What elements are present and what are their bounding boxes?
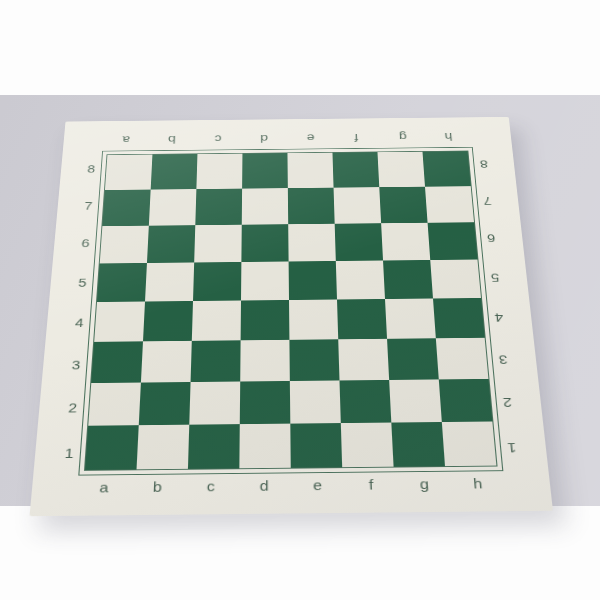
square-c7[interactable] bbox=[195, 189, 242, 226]
rank-right-label-2: 2 bbox=[495, 381, 543, 425]
square-b3[interactable] bbox=[141, 341, 192, 383]
square-a3[interactable] bbox=[91, 341, 143, 383]
square-g1[interactable] bbox=[391, 422, 445, 467]
board-grid bbox=[84, 151, 498, 471]
square-g5[interactable] bbox=[383, 260, 433, 299]
file-top-label-d: d bbox=[241, 119, 287, 149]
square-h6[interactable] bbox=[428, 222, 478, 260]
file-bottom-label-d: d bbox=[237, 473, 291, 514]
square-h2[interactable] bbox=[439, 379, 493, 422]
square-h1[interactable] bbox=[442, 421, 497, 466]
square-e3[interactable] bbox=[289, 339, 339, 381]
rank-left-label-1: 1 bbox=[33, 430, 81, 476]
file-labels-bottom: abcdefgh bbox=[75, 471, 507, 516]
square-c4[interactable] bbox=[192, 301, 241, 341]
square-g2[interactable] bbox=[389, 379, 442, 422]
square-e1[interactable] bbox=[290, 423, 342, 468]
square-e5[interactable] bbox=[289, 261, 337, 300]
square-g3[interactable] bbox=[387, 338, 439, 380]
file-top-label-e: e bbox=[287, 119, 334, 149]
square-b2[interactable] bbox=[139, 382, 191, 425]
square-d3[interactable] bbox=[240, 340, 290, 382]
file-top-label-b: b bbox=[148, 120, 195, 150]
square-b5[interactable] bbox=[145, 262, 194, 301]
square-d2[interactable] bbox=[240, 381, 291, 424]
square-c8[interactable] bbox=[196, 154, 242, 189]
rank-left-label-7: 7 bbox=[56, 187, 99, 225]
square-a1[interactable] bbox=[85, 425, 139, 470]
file-bottom-label-f: f bbox=[344, 472, 399, 513]
rank-left-label-6: 6 bbox=[53, 224, 97, 263]
square-e8[interactable] bbox=[287, 153, 333, 188]
file-top-label-f: f bbox=[333, 118, 380, 148]
square-c1[interactable] bbox=[188, 424, 240, 469]
square-e4[interactable] bbox=[289, 299, 338, 339]
chess-board bbox=[78, 147, 503, 476]
square-c6[interactable] bbox=[194, 225, 242, 263]
square-f8[interactable] bbox=[332, 152, 379, 187]
file-bottom-label-b: b bbox=[129, 474, 184, 515]
square-d7[interactable] bbox=[242, 188, 288, 225]
square-e6[interactable] bbox=[288, 224, 336, 262]
square-a8[interactable] bbox=[105, 155, 152, 190]
rank-right-label-6: 6 bbox=[480, 219, 525, 258]
square-f5[interactable] bbox=[336, 260, 385, 299]
square-b8[interactable] bbox=[151, 154, 198, 189]
square-c3[interactable] bbox=[191, 340, 241, 382]
file-top-label-c: c bbox=[195, 120, 242, 150]
rank-left-label-3: 3 bbox=[41, 343, 88, 386]
rank-left-label-5: 5 bbox=[49, 262, 94, 302]
file-bottom-label-a: a bbox=[75, 475, 131, 516]
square-g8[interactable] bbox=[377, 152, 425, 187]
square-e2[interactable] bbox=[290, 380, 341, 423]
rank-right-label-1: 1 bbox=[499, 425, 548, 471]
rank-right-label-3: 3 bbox=[491, 339, 539, 382]
rank-right-label-4: 4 bbox=[487, 297, 534, 338]
square-f7[interactable] bbox=[334, 187, 382, 224]
rank-right-label-8: 8 bbox=[473, 147, 516, 183]
square-d1[interactable] bbox=[239, 424, 290, 469]
square-h5[interactable] bbox=[430, 260, 481, 299]
square-g4[interactable] bbox=[385, 298, 436, 338]
square-d8[interactable] bbox=[242, 153, 288, 188]
square-f4[interactable] bbox=[337, 299, 387, 339]
square-e7[interactable] bbox=[288, 188, 335, 225]
square-g6[interactable] bbox=[381, 223, 430, 261]
file-bottom-label-e: e bbox=[291, 473, 345, 514]
square-c2[interactable] bbox=[189, 382, 240, 425]
rank-left-label-4: 4 bbox=[45, 302, 91, 344]
rank-left-label-8: 8 bbox=[60, 151, 103, 187]
square-g7[interactable] bbox=[379, 187, 427, 224]
file-bottom-label-g: g bbox=[397, 472, 453, 513]
board-scene: abcdefgh abcdefgh 87654321 87654321 bbox=[30, 117, 553, 516]
file-top-label-g: g bbox=[379, 118, 427, 148]
square-f2[interactable] bbox=[339, 380, 391, 423]
square-b4[interactable] bbox=[143, 301, 193, 341]
square-d5[interactable] bbox=[241, 261, 289, 300]
square-a4[interactable] bbox=[94, 302, 145, 342]
square-d6[interactable] bbox=[241, 224, 288, 262]
file-bottom-label-h: h bbox=[450, 471, 507, 512]
rank-right-label-7: 7 bbox=[476, 182, 520, 220]
rank-left-label-2: 2 bbox=[37, 386, 85, 431]
square-d4[interactable] bbox=[241, 300, 290, 340]
square-b1[interactable] bbox=[137, 425, 190, 470]
square-c5[interactable] bbox=[193, 262, 241, 301]
square-a6[interactable] bbox=[100, 226, 149, 264]
square-h4[interactable] bbox=[433, 298, 485, 338]
square-a7[interactable] bbox=[102, 190, 150, 227]
square-a2[interactable] bbox=[88, 383, 141, 426]
file-top-label-a: a bbox=[102, 121, 150, 151]
file-top-label-h: h bbox=[424, 117, 472, 147]
square-b7[interactable] bbox=[149, 189, 197, 226]
square-h7[interactable] bbox=[425, 186, 474, 223]
square-h3[interactable] bbox=[436, 338, 489, 380]
square-b6[interactable] bbox=[147, 225, 195, 263]
file-bottom-label-c: c bbox=[183, 474, 237, 515]
rank-right-label-5: 5 bbox=[483, 258, 529, 298]
file-labels-top: abcdefgh bbox=[102, 117, 473, 150]
square-f3[interactable] bbox=[338, 339, 389, 381]
square-a5[interactable] bbox=[97, 263, 147, 302]
square-f6[interactable] bbox=[335, 223, 383, 261]
chess-mat: abcdefgh abcdefgh 87654321 87654321 bbox=[30, 117, 553, 516]
square-h8[interactable] bbox=[422, 151, 470, 186]
square-f1[interactable] bbox=[341, 423, 394, 468]
